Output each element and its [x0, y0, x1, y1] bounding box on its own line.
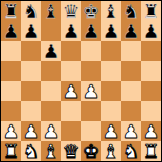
square-c7[interactable] — [41, 21, 61, 41]
square-a6[interactable] — [1, 41, 21, 61]
piece-black-pawn: ♟ — [122, 21, 139, 41]
square-h3[interactable] — [141, 101, 161, 121]
square-h6[interactable] — [141, 41, 161, 61]
square-e5[interactable] — [81, 61, 101, 81]
square-g1[interactable]: ♞ — [121, 141, 141, 161]
square-g4[interactable] — [121, 81, 141, 101]
square-b3[interactable] — [21, 101, 41, 121]
square-c5[interactable] — [41, 61, 61, 81]
chess-board-frame: ♜♞♝♛♚♝♞♜♟♟♟♟♟♟♟♟♟♟♟♟♟♟♟♟♜♞♝♛♚♝♞♜ — [0, 0, 162, 162]
square-d8[interactable]: ♛ — [61, 1, 81, 21]
chess-board: ♜♞♝♛♚♝♞♜♟♟♟♟♟♟♟♟♟♟♟♟♟♟♟♟♜♞♝♛♚♝♞♜ — [1, 1, 161, 161]
square-g6[interactable] — [121, 41, 141, 61]
square-e8[interactable]: ♚ — [81, 1, 101, 21]
square-d5[interactable] — [61, 61, 81, 81]
piece-white-king: ♚ — [82, 141, 99, 161]
piece-black-bishop: ♝ — [42, 1, 59, 21]
square-c6[interactable]: ♟ — [41, 41, 61, 61]
square-f3[interactable] — [101, 101, 121, 121]
piece-white-pawn: ♟ — [82, 81, 99, 101]
piece-black-pawn: ♟ — [82, 21, 99, 41]
square-c3[interactable] — [41, 101, 61, 121]
piece-black-bishop: ♝ — [102, 1, 119, 21]
square-b7[interactable]: ♟ — [21, 21, 41, 41]
square-b8[interactable]: ♞ — [21, 1, 41, 21]
square-g5[interactable] — [121, 61, 141, 81]
piece-white-rook: ♜ — [2, 141, 19, 161]
piece-black-king: ♚ — [82, 1, 99, 21]
square-g2[interactable]: ♟ — [121, 121, 141, 141]
square-d3[interactable] — [61, 101, 81, 121]
square-e7[interactable]: ♟ — [81, 21, 101, 41]
square-g3[interactable] — [121, 101, 141, 121]
square-h7[interactable]: ♟ — [141, 21, 161, 41]
square-f4[interactable] — [101, 81, 121, 101]
square-h2[interactable]: ♟ — [141, 121, 161, 141]
piece-white-pawn: ♟ — [102, 121, 119, 141]
piece-white-rook: ♜ — [142, 141, 159, 161]
square-b4[interactable] — [21, 81, 41, 101]
square-a7[interactable]: ♟ — [1, 21, 21, 41]
square-f2[interactable]: ♟ — [101, 121, 121, 141]
piece-white-pawn: ♟ — [142, 121, 159, 141]
square-g8[interactable]: ♞ — [121, 1, 141, 21]
square-c2[interactable]: ♟ — [41, 121, 61, 141]
square-h5[interactable] — [141, 61, 161, 81]
square-a1[interactable]: ♜ — [1, 141, 21, 161]
square-a8[interactable]: ♜ — [1, 1, 21, 21]
piece-white-knight: ♞ — [22, 141, 39, 161]
square-h8[interactable]: ♜ — [141, 1, 161, 21]
square-f8[interactable]: ♝ — [101, 1, 121, 21]
square-d7[interactable]: ♟ — [61, 21, 81, 41]
piece-black-knight: ♞ — [122, 1, 139, 21]
square-f1[interactable]: ♝ — [101, 141, 121, 161]
square-h4[interactable] — [141, 81, 161, 101]
square-e4[interactable]: ♟ — [81, 81, 101, 101]
square-f7[interactable]: ♟ — [101, 21, 121, 41]
piece-white-bishop: ♝ — [42, 141, 59, 161]
square-c1[interactable]: ♝ — [41, 141, 61, 161]
square-c4[interactable] — [41, 81, 61, 101]
piece-black-rook: ♜ — [142, 1, 159, 21]
piece-black-knight: ♞ — [22, 1, 39, 21]
piece-white-pawn: ♟ — [42, 121, 59, 141]
square-c8[interactable]: ♝ — [41, 1, 61, 21]
square-b6[interactable] — [21, 41, 41, 61]
square-h1[interactable]: ♜ — [141, 141, 161, 161]
square-a4[interactable] — [1, 81, 21, 101]
square-e3[interactable] — [81, 101, 101, 121]
piece-black-pawn: ♟ — [62, 21, 79, 41]
square-e1[interactable]: ♚ — [81, 141, 101, 161]
piece-white-pawn: ♟ — [122, 121, 139, 141]
piece-white-queen: ♛ — [62, 141, 79, 161]
piece-black-pawn: ♟ — [22, 21, 39, 41]
square-e2[interactable] — [81, 121, 101, 141]
square-g7[interactable]: ♟ — [121, 21, 141, 41]
square-a2[interactable]: ♟ — [1, 121, 21, 141]
piece-black-rook: ♜ — [2, 1, 19, 21]
square-f5[interactable] — [101, 61, 121, 81]
square-b2[interactable]: ♟ — [21, 121, 41, 141]
square-b1[interactable]: ♞ — [21, 141, 41, 161]
piece-black-pawn: ♟ — [2, 21, 19, 41]
piece-white-pawn: ♟ — [22, 121, 39, 141]
piece-white-bishop: ♝ — [102, 141, 119, 161]
piece-black-pawn: ♟ — [102, 21, 119, 41]
piece-white-pawn: ♟ — [2, 121, 19, 141]
square-a5[interactable] — [1, 61, 21, 81]
piece-black-pawn: ♟ — [142, 21, 159, 41]
square-d4[interactable]: ♟ — [61, 81, 81, 101]
piece-black-queen: ♛ — [62, 1, 79, 21]
piece-white-pawn: ♟ — [62, 81, 79, 101]
square-b5[interactable] — [21, 61, 41, 81]
square-d2[interactable] — [61, 121, 81, 141]
square-e6[interactable] — [81, 41, 101, 61]
square-d6[interactable] — [61, 41, 81, 61]
square-f6[interactable] — [101, 41, 121, 61]
square-a3[interactable] — [1, 101, 21, 121]
piece-black-pawn: ♟ — [42, 41, 59, 61]
square-d1[interactable]: ♛ — [61, 141, 81, 161]
piece-white-knight: ♞ — [122, 141, 139, 161]
